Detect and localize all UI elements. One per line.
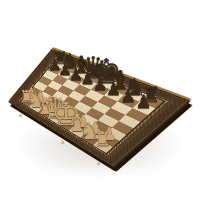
brass-pin bbox=[97, 162, 100, 165]
chess-set-photo: ♜♞♝♛♚♝♞♜♟♟♟♟♟♟♟♟♟♟♟♟♟♟♟♟♜♞♝♛♚♝♞♜ bbox=[0, 0, 200, 200]
black-pawn[interactable]: ♟ bbox=[135, 93, 152, 112]
brass-pin bbox=[19, 114, 22, 117]
brass-pin bbox=[61, 141, 64, 144]
white-rook[interactable]: ♜ bbox=[94, 130, 112, 150]
black-pawn[interactable]: ♟ bbox=[120, 87, 136, 105]
